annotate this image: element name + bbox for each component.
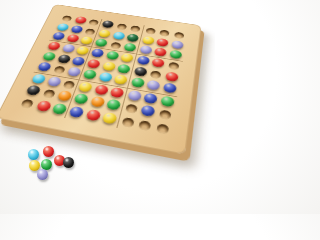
sudoku-board — [0, 4, 201, 155]
empty-hole — [150, 70, 162, 79]
board-grid — [16, 13, 188, 138]
empty-hole — [63, 80, 76, 89]
ball-orange[interactable] — [90, 96, 106, 108]
loose-ball-red[interactable] — [43, 146, 54, 157]
ball-lavender[interactable] — [67, 67, 82, 78]
ball-red[interactable] — [85, 109, 101, 122]
loose-ball-lavender[interactable] — [37, 169, 48, 180]
ball-black[interactable] — [102, 20, 115, 28]
ball-yellow[interactable] — [80, 36, 94, 45]
ball-blue[interactable] — [136, 55, 150, 65]
ball-green[interactable] — [106, 99, 122, 111]
empty-hole — [61, 15, 72, 22]
ball-green[interactable] — [160, 95, 175, 107]
ball-cyan[interactable] — [98, 72, 113, 83]
ball-yellow[interactable] — [102, 61, 116, 71]
ball-lavender[interactable] — [146, 80, 160, 91]
empty-hole — [53, 66, 66, 75]
empty-hole — [84, 28, 95, 35]
board-scene — [0, 4, 201, 155]
ball-red[interactable] — [110, 87, 125, 99]
ball-red[interactable] — [156, 38, 169, 47]
ball-dark-green[interactable] — [126, 33, 139, 42]
ball-yellow[interactable] — [142, 35, 155, 44]
ball-yellow[interactable] — [102, 112, 118, 125]
ball-black[interactable] — [133, 66, 147, 77]
empty-hole — [145, 27, 156, 34]
empty-hole — [130, 25, 141, 32]
ball-green[interactable] — [124, 43, 137, 52]
ball-blue[interactable] — [144, 92, 159, 104]
empty-hole — [125, 104, 138, 114]
ball-blue[interactable] — [68, 106, 84, 119]
loose-ball-cyan[interactable] — [28, 149, 39, 160]
ball-green[interactable] — [95, 38, 109, 47]
empty-hole — [174, 32, 184, 39]
empty-hole — [116, 23, 127, 30]
ball-red[interactable] — [165, 71, 179, 82]
ball-green[interactable] — [117, 64, 131, 74]
empty-hole — [159, 110, 172, 121]
ball-green[interactable] — [83, 69, 98, 80]
ball-red[interactable] — [87, 59, 102, 69]
ball-red[interactable] — [74, 16, 87, 24]
ball-green[interactable] — [169, 50, 182, 60]
ball-red[interactable] — [152, 58, 166, 68]
ball-lavender[interactable] — [127, 89, 142, 101]
ball-blue[interactable] — [141, 105, 156, 118]
ball-yellow[interactable] — [78, 81, 93, 92]
ball-green[interactable] — [51, 103, 68, 115]
board-cell-r9c9[interactable] — [153, 120, 173, 138]
ball-orange[interactable] — [57, 90, 73, 102]
empty-hole — [168, 62, 179, 71]
ball-blue[interactable] — [71, 56, 86, 66]
ball-red[interactable] — [154, 47, 167, 57]
product-photo-colorku: { "game": "ColorKu — wooden color sudoku… — [0, 0, 215, 214]
ball-green[interactable] — [130, 77, 144, 88]
empty-hole — [42, 89, 55, 99]
ball-lavender[interactable] — [139, 45, 152, 55]
empty-hole — [20, 99, 34, 109]
empty-hole — [139, 120, 152, 131]
empty-hole — [88, 19, 99, 26]
ball-lavender[interactable] — [171, 40, 184, 49]
ball-green[interactable] — [73, 93, 89, 105]
loose-ball-black[interactable] — [63, 157, 74, 168]
ball-blue[interactable] — [163, 83, 177, 94]
ball-red[interactable] — [66, 34, 80, 43]
ball-yellow[interactable] — [75, 46, 89, 56]
ball-cyan[interactable] — [112, 31, 125, 40]
ball-yellow[interactable] — [120, 53, 134, 63]
ball-green[interactable] — [106, 51, 120, 61]
empty-hole — [156, 123, 169, 134]
ball-red[interactable] — [94, 84, 109, 95]
empty-hole — [110, 42, 121, 50]
empty-hole — [121, 117, 134, 128]
ball-yellow[interactable] — [98, 29, 111, 38]
ball-blue[interactable] — [91, 48, 105, 58]
empty-hole — [159, 30, 169, 37]
ball-blue[interactable] — [70, 25, 84, 34]
ball-yellow[interactable] — [114, 74, 129, 85]
